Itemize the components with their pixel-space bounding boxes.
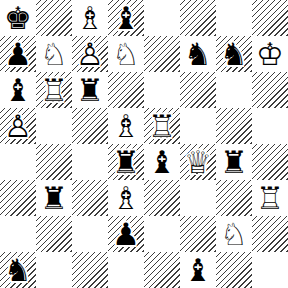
square-f7[interactable]: ♞♞ (180, 36, 216, 72)
piece-glyph: ♚ (0, 0, 36, 36)
square-h8[interactable] (252, 0, 288, 36)
piece-white-knight[interactable]: ♞♘ (216, 216, 252, 252)
square-g5[interactable] (216, 108, 252, 144)
square-c3[interactable] (72, 180, 108, 216)
square-b5[interactable] (36, 108, 72, 144)
piece-black-rook[interactable]: ♜♜ (108, 144, 144, 180)
square-h3[interactable]: ♜♖ (252, 180, 288, 216)
piece-glyph: ♖ (252, 180, 288, 216)
chess-board: ♚♚♝♗♝♝♟♟♞♘♟♙♞♘♞♞♞♞♚♔♝♝♜♖♜♜♟♙♝♗♜♖♜♜♝♝♛♕♜♜… (0, 0, 288, 288)
piece-white-bishop[interactable]: ♝♗ (108, 180, 144, 216)
piece-white-bishop[interactable]: ♝♗ (72, 0, 108, 36)
piece-black-bishop[interactable]: ♝♝ (180, 252, 216, 288)
piece-glyph: ♞ (0, 252, 36, 288)
square-e5[interactable]: ♜♖ (144, 108, 180, 144)
square-e8[interactable] (144, 0, 180, 36)
piece-glyph: ♘ (36, 36, 72, 72)
piece-black-bishop[interactable]: ♝♝ (108, 0, 144, 36)
piece-white-queen[interactable]: ♛♕ (180, 144, 216, 180)
piece-white-rook[interactable]: ♜♖ (36, 72, 72, 108)
square-g4[interactable]: ♜♜ (216, 144, 252, 180)
square-a2[interactable] (0, 216, 36, 252)
square-f8[interactable] (180, 0, 216, 36)
square-f1[interactable]: ♝♝ (180, 252, 216, 288)
piece-glyph: ♗ (108, 180, 144, 216)
square-h1[interactable] (252, 252, 288, 288)
piece-black-pawn[interactable]: ♟♟ (108, 216, 144, 252)
piece-black-bishop[interactable]: ♝♝ (0, 72, 36, 108)
piece-black-king[interactable]: ♚♚ (0, 0, 36, 36)
square-a4[interactable] (0, 144, 36, 180)
piece-black-knight[interactable]: ♞♞ (0, 252, 36, 288)
square-a6[interactable]: ♝♝ (0, 72, 36, 108)
square-b4[interactable] (36, 144, 72, 180)
piece-glyph: ♘ (108, 36, 144, 72)
square-f3[interactable] (180, 180, 216, 216)
square-a1[interactable]: ♞♞ (0, 252, 36, 288)
piece-glyph: ♕ (180, 144, 216, 180)
square-b8[interactable] (36, 0, 72, 36)
piece-glyph: ♟ (0, 36, 36, 72)
square-g8[interactable] (216, 0, 252, 36)
square-b7[interactable]: ♞♘ (36, 36, 72, 72)
square-e2[interactable] (144, 216, 180, 252)
piece-glyph: ♘ (216, 216, 252, 252)
piece-glyph: ♙ (72, 36, 108, 72)
square-f5[interactable] (180, 108, 216, 144)
square-g7[interactable]: ♞♞ (216, 36, 252, 72)
square-c5[interactable] (72, 108, 108, 144)
piece-glyph: ♝ (144, 144, 180, 180)
piece-glyph: ♔ (252, 36, 288, 72)
piece-glyph: ♝ (0, 72, 36, 108)
piece-black-rook[interactable]: ♜♜ (216, 144, 252, 180)
square-g1[interactable] (216, 252, 252, 288)
square-d4[interactable]: ♜♜ (108, 144, 144, 180)
piece-white-king[interactable]: ♚♔ (252, 36, 288, 72)
square-c6[interactable]: ♜♜ (72, 72, 108, 108)
piece-black-pawn[interactable]: ♟♟ (0, 36, 36, 72)
square-c8[interactable]: ♝♗ (72, 0, 108, 36)
square-c4[interactable] (72, 144, 108, 180)
square-c1[interactable] (72, 252, 108, 288)
piece-black-rook[interactable]: ♜♜ (36, 180, 72, 216)
piece-white-rook[interactable]: ♜♖ (252, 180, 288, 216)
piece-glyph: ♜ (36, 180, 72, 216)
square-d1[interactable] (108, 252, 144, 288)
piece-white-bishop[interactable]: ♝♗ (108, 108, 144, 144)
square-e7[interactable] (144, 36, 180, 72)
piece-glyph: ♖ (144, 108, 180, 144)
piece-glyph: ♞ (216, 36, 252, 72)
piece-black-knight[interactable]: ♞♞ (216, 36, 252, 72)
piece-glyph: ♗ (108, 108, 144, 144)
piece-glyph: ♝ (180, 252, 216, 288)
piece-white-knight[interactable]: ♞♘ (108, 36, 144, 72)
square-h4[interactable] (252, 144, 288, 180)
piece-white-pawn[interactable]: ♟♙ (0, 108, 36, 144)
square-f2[interactable] (180, 216, 216, 252)
square-d7[interactable]: ♞♘ (108, 36, 144, 72)
piece-glyph: ♟ (108, 216, 144, 252)
square-f6[interactable] (180, 72, 216, 108)
square-g2[interactable]: ♞♘ (216, 216, 252, 252)
square-b3[interactable]: ♜♜ (36, 180, 72, 216)
piece-black-bishop[interactable]: ♝♝ (144, 144, 180, 180)
square-e3[interactable] (144, 180, 180, 216)
square-h6[interactable] (252, 72, 288, 108)
square-h5[interactable] (252, 108, 288, 144)
square-e4[interactable]: ♝♝ (144, 144, 180, 180)
piece-white-knight[interactable]: ♞♘ (36, 36, 72, 72)
square-a8[interactable]: ♚♚ (0, 0, 36, 36)
piece-black-rook[interactable]: ♜♜ (72, 72, 108, 108)
piece-glyph: ♜ (72, 72, 108, 108)
square-c2[interactable] (72, 216, 108, 252)
square-h2[interactable] (252, 216, 288, 252)
piece-glyph: ♗ (72, 0, 108, 36)
square-g6[interactable] (216, 72, 252, 108)
square-b6[interactable]: ♜♖ (36, 72, 72, 108)
square-f4[interactable]: ♛♕ (180, 144, 216, 180)
square-d8[interactable]: ♝♝ (108, 0, 144, 36)
square-a7[interactable]: ♟♟ (0, 36, 36, 72)
piece-glyph: ♙ (0, 108, 36, 144)
piece-glyph: ♖ (36, 72, 72, 108)
square-d5[interactable]: ♝♗ (108, 108, 144, 144)
square-d3[interactable]: ♝♗ (108, 180, 144, 216)
piece-glyph: ♝ (108, 0, 144, 36)
square-h7[interactable]: ♚♔ (252, 36, 288, 72)
square-g3[interactable] (216, 180, 252, 216)
square-b1[interactable] (36, 252, 72, 288)
piece-white-pawn[interactable]: ♟♙ (72, 36, 108, 72)
square-c7[interactable]: ♟♙ (72, 36, 108, 72)
square-e1[interactable] (144, 252, 180, 288)
piece-glyph: ♜ (216, 144, 252, 180)
square-d2[interactable]: ♟♟ (108, 216, 144, 252)
square-b2[interactable] (36, 216, 72, 252)
square-e6[interactable] (144, 72, 180, 108)
square-d6[interactable] (108, 72, 144, 108)
piece-black-knight[interactable]: ♞♞ (180, 36, 216, 72)
square-a5[interactable]: ♟♙ (0, 108, 36, 144)
piece-glyph: ♜ (108, 144, 144, 180)
square-a3[interactable] (0, 180, 36, 216)
piece-glyph: ♞ (180, 36, 216, 72)
piece-white-rook[interactable]: ♜♖ (144, 108, 180, 144)
